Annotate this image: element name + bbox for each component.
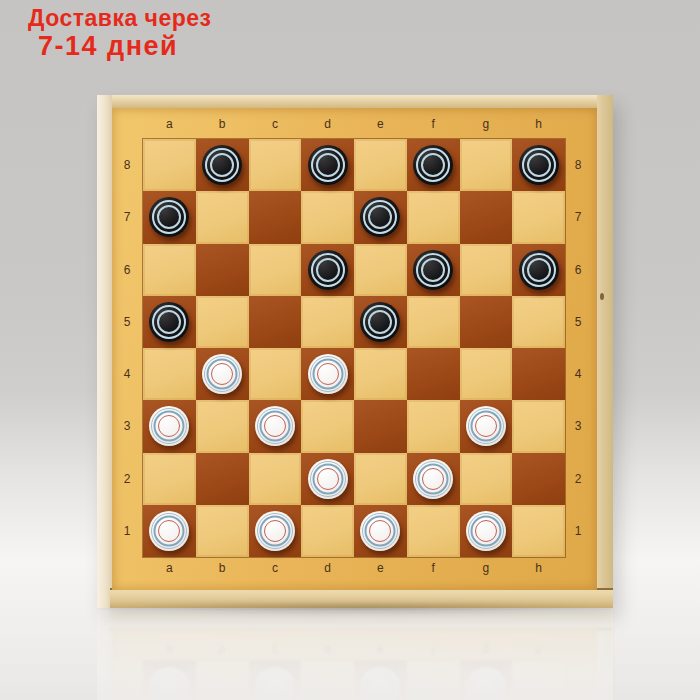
rank-label-8: 8 bbox=[565, 139, 591, 191]
piece-ring bbox=[421, 258, 445, 282]
rank-label-3: 3 bbox=[114, 400, 140, 452]
square-f2[interactable] bbox=[407, 453, 460, 505]
square-f8[interactable] bbox=[407, 139, 460, 191]
board-face: abcdefgh abcdefgh 87654321 87654321 bbox=[112, 108, 597, 590]
checker-white-c1[interactable] bbox=[255, 511, 295, 551]
piece-ring bbox=[310, 461, 346, 497]
board-contact-shadow bbox=[92, 601, 620, 615]
board-frame: abcdefgh abcdefgh 87654321 87654321 bbox=[97, 95, 613, 608]
checker-black-d6[interactable] bbox=[308, 250, 348, 290]
piece-ring bbox=[312, 359, 343, 390]
rank-labels-right: 87654321 bbox=[565, 139, 591, 557]
square-b4[interactable] bbox=[196, 348, 249, 400]
piece-ring bbox=[421, 153, 445, 177]
rank-label-3: 3 bbox=[565, 400, 591, 452]
piece-ring bbox=[527, 258, 551, 282]
piece-ring bbox=[368, 205, 392, 229]
square-a3[interactable] bbox=[143, 400, 196, 452]
rank-label-2: 2 bbox=[565, 453, 591, 505]
rank-label-7: 7 bbox=[114, 191, 140, 243]
square-c8[interactable] bbox=[249, 139, 302, 191]
square-g4[interactable] bbox=[460, 348, 513, 400]
piece-ring bbox=[317, 363, 339, 385]
checker-white-a3[interactable] bbox=[149, 406, 189, 446]
reflection-slot: abcdefgh abcdefgh 87654321 87654321 bbox=[97, 610, 613, 700]
piece-ring bbox=[369, 520, 391, 542]
checker-white-d4[interactable] bbox=[308, 354, 348, 394]
square-g5[interactable] bbox=[460, 296, 513, 348]
reflection-fade bbox=[97, 610, 613, 700]
square-c4[interactable] bbox=[249, 348, 302, 400]
square-g6[interactable] bbox=[460, 244, 513, 296]
piece-ring bbox=[316, 153, 340, 177]
piece-ring bbox=[527, 153, 551, 177]
square-d5[interactable] bbox=[301, 296, 354, 348]
checker-black-f6[interactable] bbox=[413, 250, 453, 290]
file-label-h: h bbox=[512, 561, 565, 579]
piece-ring bbox=[311, 253, 345, 287]
square-g3[interactable] bbox=[460, 400, 513, 452]
promo-line-2: 7-14 дней bbox=[38, 32, 212, 60]
square-h1[interactable] bbox=[512, 505, 565, 557]
square-a6[interactable] bbox=[143, 244, 196, 296]
square-c7[interactable] bbox=[249, 191, 302, 243]
piece-ring bbox=[157, 205, 181, 229]
rank-label-1: 1 bbox=[114, 505, 140, 557]
rank-labels-left: 87654321 bbox=[114, 139, 140, 557]
square-f6[interactable] bbox=[407, 244, 460, 296]
square-e4[interactable] bbox=[354, 348, 407, 400]
square-e6[interactable] bbox=[354, 244, 407, 296]
square-a5[interactable] bbox=[143, 296, 196, 348]
square-c3[interactable] bbox=[249, 400, 302, 452]
square-b8[interactable] bbox=[196, 139, 249, 191]
file-label-f: f bbox=[407, 561, 460, 579]
square-g8[interactable] bbox=[460, 139, 513, 191]
wood-knot bbox=[600, 293, 604, 300]
piece-ring bbox=[312, 463, 343, 494]
piece-ring bbox=[470, 515, 501, 546]
rank-label-2: 2 bbox=[114, 453, 140, 505]
piece-ring bbox=[210, 153, 234, 177]
square-b7[interactable] bbox=[196, 191, 249, 243]
checker-black-e5[interactable] bbox=[360, 302, 400, 342]
piece-ring bbox=[151, 408, 187, 444]
checker-black-e7[interactable] bbox=[360, 197, 400, 237]
piece-ring bbox=[211, 363, 233, 385]
piece-ring bbox=[362, 513, 398, 549]
board-reflection: abcdefgh abcdefgh 87654321 87654321 bbox=[97, 610, 613, 700]
square-c2[interactable] bbox=[249, 453, 302, 505]
square-h4[interactable] bbox=[512, 348, 565, 400]
piece-ring bbox=[157, 310, 181, 334]
piece-ring bbox=[158, 520, 180, 542]
file-label-c: c bbox=[249, 561, 302, 579]
square-h7[interactable] bbox=[512, 191, 565, 243]
promo-line-1: Доставка через bbox=[28, 6, 212, 30]
file-labels-top: abcdefgh bbox=[143, 117, 565, 135]
frame-rail-left bbox=[97, 95, 112, 608]
piece-ring bbox=[152, 200, 186, 234]
piece-ring bbox=[264, 520, 286, 542]
square-e7[interactable] bbox=[354, 191, 407, 243]
square-b3[interactable] bbox=[196, 400, 249, 452]
checkers-grid bbox=[143, 139, 565, 557]
piece-ring bbox=[158, 415, 180, 437]
square-f1[interactable] bbox=[407, 505, 460, 557]
piece-ring bbox=[522, 148, 556, 182]
file-label-b: b bbox=[196, 117, 249, 135]
rank-label-4: 4 bbox=[565, 348, 591, 400]
square-d4[interactable] bbox=[301, 348, 354, 400]
square-e3[interactable] bbox=[354, 400, 407, 452]
rank-label-4: 4 bbox=[114, 348, 140, 400]
file-label-g: g bbox=[460, 117, 513, 135]
piece-ring bbox=[415, 461, 451, 497]
piece-ring bbox=[365, 515, 396, 546]
piece-ring bbox=[205, 148, 239, 182]
checker-white-a1[interactable] bbox=[149, 511, 189, 551]
checker-white-g3[interactable] bbox=[466, 406, 506, 446]
rank-label-1: 1 bbox=[565, 505, 591, 557]
piece-ring bbox=[311, 148, 345, 182]
square-h5[interactable] bbox=[512, 296, 565, 348]
checker-white-d2[interactable] bbox=[308, 459, 348, 499]
piece-ring bbox=[416, 253, 450, 287]
piece-ring bbox=[468, 513, 504, 549]
piece-ring bbox=[151, 513, 187, 549]
piece-ring bbox=[522, 253, 556, 287]
file-labels-bottom: abcdefgh bbox=[143, 561, 565, 579]
square-b5[interactable] bbox=[196, 296, 249, 348]
square-b2[interactable] bbox=[196, 453, 249, 505]
square-d2[interactable] bbox=[301, 453, 354, 505]
file-label-f: f bbox=[407, 117, 460, 135]
checker-black-f8[interactable] bbox=[413, 145, 453, 185]
frame-rail-right bbox=[597, 95, 613, 608]
square-f4[interactable] bbox=[407, 348, 460, 400]
rank-label-6: 6 bbox=[565, 244, 591, 296]
square-f5[interactable] bbox=[407, 296, 460, 348]
rank-label-6: 6 bbox=[114, 244, 140, 296]
rank-label-5: 5 bbox=[565, 296, 591, 348]
square-e5[interactable] bbox=[354, 296, 407, 348]
square-a2[interactable] bbox=[143, 453, 196, 505]
file-label-g: g bbox=[460, 561, 513, 579]
checker-black-d8[interactable] bbox=[308, 145, 348, 185]
square-c6[interactable] bbox=[249, 244, 302, 296]
checker-white-b4[interactable] bbox=[202, 354, 242, 394]
file-label-h: h bbox=[512, 117, 565, 135]
piece-ring bbox=[154, 515, 185, 546]
square-a4[interactable] bbox=[143, 348, 196, 400]
piece-ring bbox=[416, 148, 450, 182]
square-e1[interactable] bbox=[354, 505, 407, 557]
piece-ring bbox=[264, 415, 286, 437]
piece-ring bbox=[207, 359, 238, 390]
file-label-d: d bbox=[301, 561, 354, 579]
piece-ring bbox=[470, 411, 501, 442]
rank-label-7: 7 bbox=[565, 191, 591, 243]
square-h2[interactable] bbox=[512, 453, 565, 505]
square-a8[interactable] bbox=[143, 139, 196, 191]
piece-ring bbox=[368, 310, 392, 334]
piece-ring bbox=[468, 408, 504, 444]
file-label-c: c bbox=[249, 117, 302, 135]
piece-ring bbox=[475, 520, 497, 542]
file-label-e: e bbox=[354, 117, 407, 135]
square-e8[interactable] bbox=[354, 139, 407, 191]
file-label-b: b bbox=[196, 561, 249, 579]
checker-black-b8[interactable] bbox=[202, 145, 242, 185]
checker-black-h6[interactable] bbox=[519, 250, 559, 290]
square-d6[interactable] bbox=[301, 244, 354, 296]
piece-ring bbox=[317, 468, 339, 490]
square-g7[interactable] bbox=[460, 191, 513, 243]
checker-black-h8[interactable] bbox=[519, 145, 559, 185]
square-c1[interactable] bbox=[249, 505, 302, 557]
checker-black-a5[interactable] bbox=[149, 302, 189, 342]
square-a7[interactable] bbox=[143, 191, 196, 243]
square-c5[interactable] bbox=[249, 296, 302, 348]
piece-ring bbox=[316, 258, 340, 282]
piece-ring bbox=[154, 411, 185, 442]
square-d1[interactable] bbox=[301, 505, 354, 557]
square-d7[interactable] bbox=[301, 191, 354, 243]
square-f3[interactable] bbox=[407, 400, 460, 452]
square-b6[interactable] bbox=[196, 244, 249, 296]
piece-ring bbox=[363, 305, 397, 339]
piece-ring bbox=[259, 515, 290, 546]
square-h3[interactable] bbox=[512, 400, 565, 452]
file-label-a: a bbox=[143, 561, 196, 579]
piece-ring bbox=[257, 513, 293, 549]
checker-white-f2[interactable] bbox=[413, 459, 453, 499]
square-b1[interactable] bbox=[196, 505, 249, 557]
file-label-d: d bbox=[301, 117, 354, 135]
piece-ring bbox=[152, 305, 186, 339]
square-h8[interactable] bbox=[512, 139, 565, 191]
frame-rail-top bbox=[97, 95, 613, 108]
piece-ring bbox=[204, 356, 240, 392]
square-h6[interactable] bbox=[512, 244, 565, 296]
piece-ring bbox=[418, 463, 449, 494]
promo-banner: Доставка через 7-14 дней bbox=[28, 6, 212, 60]
square-d3[interactable] bbox=[301, 400, 354, 452]
square-f7[interactable] bbox=[407, 191, 460, 243]
rank-label-8: 8 bbox=[114, 139, 140, 191]
piece-ring bbox=[422, 468, 444, 490]
square-a1[interactable] bbox=[143, 505, 196, 557]
piece-ring bbox=[310, 356, 346, 392]
checker-white-c3[interactable] bbox=[255, 406, 295, 446]
file-label-a: a bbox=[143, 117, 196, 135]
square-g2[interactable] bbox=[460, 453, 513, 505]
square-g1[interactable] bbox=[460, 505, 513, 557]
checker-white-g1[interactable] bbox=[466, 511, 506, 551]
rank-label-5: 5 bbox=[114, 296, 140, 348]
piece-ring bbox=[259, 411, 290, 442]
piece-ring bbox=[475, 415, 497, 437]
square-d8[interactable] bbox=[301, 139, 354, 191]
piece-ring bbox=[363, 200, 397, 234]
piece-ring bbox=[257, 408, 293, 444]
file-label-e: e bbox=[354, 561, 407, 579]
checker-black-a7[interactable] bbox=[149, 197, 189, 237]
checker-white-e1[interactable] bbox=[360, 511, 400, 551]
square-e2[interactable] bbox=[354, 453, 407, 505]
